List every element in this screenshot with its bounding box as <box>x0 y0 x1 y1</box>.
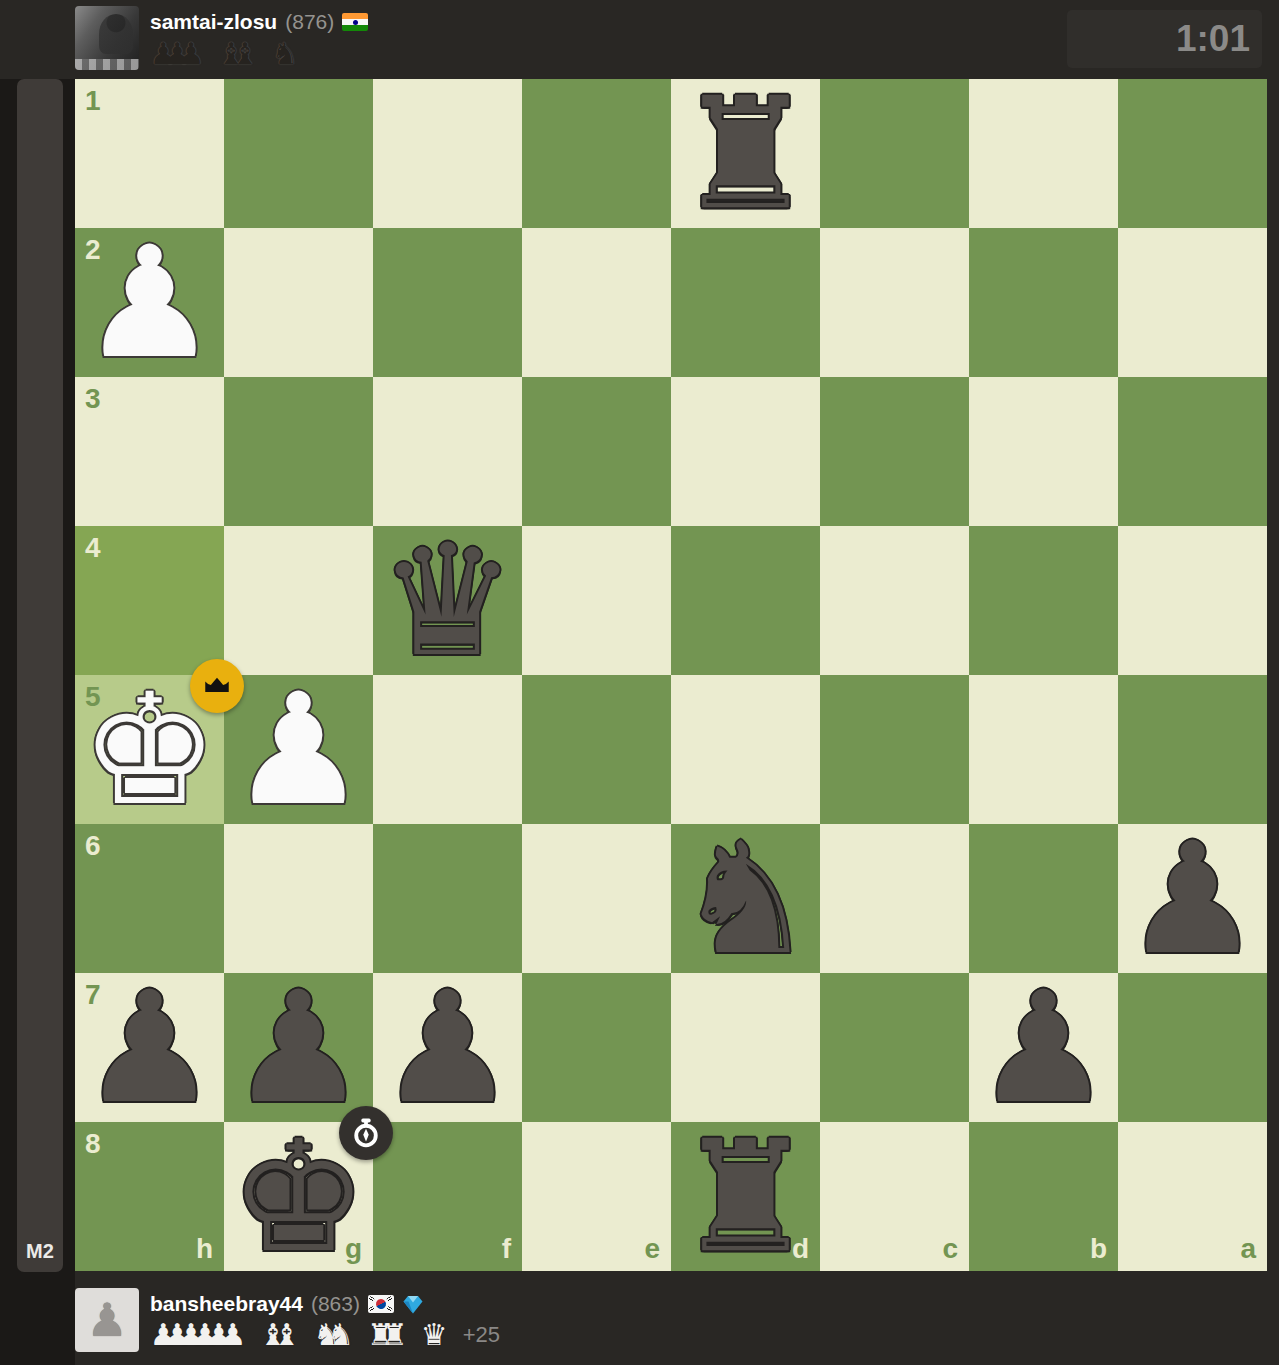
square-c7[interactable] <box>820 973 969 1122</box>
square-a4[interactable] <box>1118 526 1267 675</box>
square-g1[interactable] <box>224 79 373 228</box>
premium-diamond-icon <box>402 1293 424 1315</box>
captured-group-0: ♟♟♟ <box>150 38 192 70</box>
captured-group-4: ♛ <box>421 1319 435 1351</box>
top-player-name-row: samtai-zlosu (876) <box>150 9 368 35</box>
square-c3[interactable] <box>820 377 969 526</box>
square-d4[interactable] <box>671 526 820 675</box>
square-f8[interactable]: f <box>373 1122 522 1271</box>
evaluation-bar: M2 <box>17 79 63 1272</box>
square-e7[interactable] <box>522 973 671 1122</box>
top-player-avatar[interactable] <box>75 6 139 70</box>
square-e4[interactable] <box>522 526 671 675</box>
square-h8[interactable]: 8h <box>75 1122 224 1271</box>
piece-black-rook-d1[interactable]: ♜ <box>671 79 820 228</box>
square-c6[interactable] <box>820 824 969 973</box>
material-advantage: +25 <box>463 1322 500 1348</box>
india-flag-icon <box>342 13 368 31</box>
square-h6[interactable]: 6 <box>75 824 224 973</box>
rank-label-4: 4 <box>85 532 101 564</box>
file-label-a: a <box>1240 1233 1256 1265</box>
square-e8[interactable]: e <box>522 1122 671 1271</box>
square-b2[interactable] <box>969 228 1118 377</box>
square-c8[interactable]: c <box>820 1122 969 1271</box>
file-label-b: b <box>1090 1233 1107 1265</box>
square-h7[interactable]: 7♟ <box>75 973 224 1122</box>
piece-black-knight-d6[interactable]: ♞ <box>671 824 820 973</box>
square-c5[interactable] <box>820 675 969 824</box>
square-d2[interactable] <box>671 228 820 377</box>
square-c2[interactable] <box>820 228 969 377</box>
file-label-c: c <box>942 1233 958 1265</box>
captured-group-2: ♞♞ <box>313 1319 341 1351</box>
square-f4[interactable]: ♛ <box>373 526 522 675</box>
file-label-f: f <box>502 1233 511 1265</box>
square-b4[interactable] <box>969 526 1118 675</box>
top-player-username[interactable]: samtai-zlosu <box>150 10 277 34</box>
piece-black-rook-d8[interactable]: ♜ <box>671 1122 820 1271</box>
bottom-player-captured-pieces: ♟♟♟♟♟♟♝♝♞♞♜♜♛+25 <box>150 1319 500 1351</box>
square-h2[interactable]: 2♟ <box>75 228 224 377</box>
bottom-player-avatar[interactable]: ♟ <box>75 1288 139 1352</box>
file-label-e: e <box>644 1233 660 1265</box>
square-b5[interactable] <box>969 675 1118 824</box>
top-player-rating: (876) <box>285 10 334 34</box>
player-photo-silhouette <box>99 14 133 54</box>
square-e3[interactable] <box>522 377 671 526</box>
top-player-bar: samtai-zlosu (876) ♟♟♟♝♝♞ 1:01 <box>0 0 1279 79</box>
square-b6[interactable] <box>969 824 1118 973</box>
square-a6[interactable]: ♟ <box>1118 824 1267 973</box>
square-e6[interactable] <box>522 824 671 973</box>
piece-black-queen-f4[interactable]: ♛ <box>373 526 522 675</box>
square-e2[interactable] <box>522 228 671 377</box>
captured-group-2: ♞ <box>271 38 285 70</box>
captured-group-1: ♝♝ <box>259 1319 287 1351</box>
square-g7[interactable]: ♟ <box>224 973 373 1122</box>
file-label-h: h <box>196 1233 213 1265</box>
bottom-player-rating: (863) <box>311 1292 360 1316</box>
square-f2[interactable] <box>373 228 522 377</box>
square-a3[interactable] <box>1118 377 1267 526</box>
square-b3[interactable] <box>969 377 1118 526</box>
piece-black-pawn-g7[interactable]: ♟ <box>224 973 373 1122</box>
captured-group-3: ♜♜ <box>367 1319 395 1351</box>
square-b7[interactable]: ♟ <box>969 973 1118 1122</box>
square-e1[interactable] <box>522 79 671 228</box>
square-b8[interactable]: b <box>969 1122 1118 1271</box>
square-g4[interactable] <box>224 526 373 675</box>
player-photo-chessboard <box>75 59 139 70</box>
bottom-player-bar: ♟ bansheebray44 (863) ♟♟♟♟♟♟♝♝♞♞♜♜♛+25 <box>0 1271 1279 1365</box>
square-a8[interactable]: a <box>1118 1122 1267 1271</box>
square-d5[interactable] <box>671 675 820 824</box>
piece-white-pawn-h2[interactable]: ♟ <box>75 228 224 377</box>
square-g6[interactable] <box>224 824 373 973</box>
square-f6[interactable] <box>373 824 522 973</box>
captured-group-1: ♝♝ <box>218 38 246 70</box>
square-e5[interactable] <box>522 675 671 824</box>
square-h3[interactable]: 3 <box>75 377 224 526</box>
game-page: { "game": "chess", "platform_style": "ch… <box>0 0 1279 1365</box>
square-h4[interactable]: 4 <box>75 526 224 675</box>
square-g2[interactable] <box>224 228 373 377</box>
square-a1[interactable] <box>1118 79 1267 228</box>
square-a2[interactable] <box>1118 228 1267 377</box>
square-f3[interactable] <box>373 377 522 526</box>
square-d3[interactable] <box>671 377 820 526</box>
piece-white-pawn-g5[interactable]: ♟ <box>224 675 373 824</box>
square-a7[interactable] <box>1118 973 1267 1122</box>
piece-black-pawn-f7[interactable]: ♟ <box>373 973 522 1122</box>
square-f5[interactable] <box>373 675 522 824</box>
evaluation-label: M2 <box>17 1240 63 1263</box>
pawn-avatar-icon: ♟ <box>86 1288 127 1352</box>
piece-black-pawn-h7[interactable]: ♟ <box>75 973 224 1122</box>
top-player-clock: 1:01 <box>1067 10 1262 68</box>
square-d6[interactable]: ♞ <box>671 824 820 973</box>
timeout-stopwatch-badge <box>339 1106 393 1160</box>
square-h1[interactable]: 1 <box>75 79 224 228</box>
square-g3[interactable] <box>224 377 373 526</box>
piece-black-pawn-a6[interactable]: ♟ <box>1118 824 1267 973</box>
bottom-player-username[interactable]: bansheebray44 <box>150 1292 303 1316</box>
square-c1[interactable] <box>820 79 969 228</box>
square-g5[interactable]: ♟ <box>224 675 373 824</box>
winner-crown-badge <box>190 659 244 713</box>
square-c4[interactable] <box>820 526 969 675</box>
piece-black-pawn-b7[interactable]: ♟ <box>969 973 1118 1122</box>
square-d7[interactable] <box>671 973 820 1122</box>
square-d1[interactable]: ♜ <box>671 79 820 228</box>
south-korea-flag-icon <box>368 1295 394 1313</box>
square-a5[interactable] <box>1118 675 1267 824</box>
square-f1[interactable] <box>373 79 522 228</box>
top-player-captured-pieces: ♟♟♟♝♝♞ <box>150 38 311 70</box>
square-b1[interactable] <box>969 79 1118 228</box>
rank-label-1: 1 <box>85 85 101 117</box>
square-d8[interactable]: d♜ <box>671 1122 820 1271</box>
square-f7[interactable]: ♟ <box>373 973 522 1122</box>
bottom-player-name-row: bansheebray44 (863) <box>150 1291 424 1317</box>
chess-board[interactable]: 1♜2♟34♛5♚♟6♞♟7♟♟♟♟8hg♚fed♜cba <box>75 79 1267 1271</box>
captured-group-0: ♟♟♟♟♟♟ <box>150 1319 233 1351</box>
